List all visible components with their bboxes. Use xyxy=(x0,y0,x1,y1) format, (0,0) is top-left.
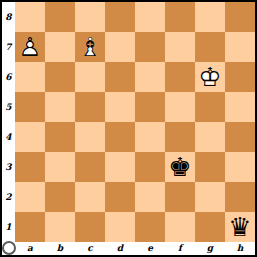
piece-glyph: ♚ xyxy=(165,152,195,182)
square-g1[interactable] xyxy=(195,212,225,242)
square-c4[interactable] xyxy=(75,122,105,152)
square-d5[interactable] xyxy=(105,92,135,122)
square-b4[interactable] xyxy=(45,122,75,152)
square-b2[interactable] xyxy=(45,182,75,212)
file-label-g: g xyxy=(195,242,225,255)
square-c6[interactable] xyxy=(75,62,105,92)
board-grid: 87♟♙♝♗6♚♔543♚21♛abcdefgh xyxy=(2,2,255,255)
to-move-indicator-circle xyxy=(2,241,16,255)
white-bishop[interactable]: ♝♗ xyxy=(75,32,105,62)
square-g5[interactable] xyxy=(195,92,225,122)
white-king[interactable]: ♚♔ xyxy=(195,62,225,92)
square-d6[interactable] xyxy=(105,62,135,92)
square-c7[interactable]: ♝♗ xyxy=(75,32,105,62)
square-f5[interactable] xyxy=(165,92,195,122)
square-b6[interactable] xyxy=(45,62,75,92)
piece-outline: ♙ xyxy=(15,32,45,62)
square-a3[interactable] xyxy=(15,152,45,182)
file-label-h: h xyxy=(225,242,255,255)
white-pawn[interactable]: ♟♙ xyxy=(15,32,45,62)
square-f3[interactable]: ♚ xyxy=(165,152,195,182)
square-g3[interactable] xyxy=(195,152,225,182)
square-e1[interactable] xyxy=(135,212,165,242)
square-d4[interactable] xyxy=(105,122,135,152)
rank-label-2: 2 xyxy=(2,182,15,212)
square-f7[interactable] xyxy=(165,32,195,62)
square-h1[interactable]: ♛ xyxy=(225,212,255,242)
rank-label-5: 5 xyxy=(2,92,15,122)
to-move-indicator-cell xyxy=(2,242,15,255)
square-g8[interactable] xyxy=(195,2,225,32)
file-label-a: a xyxy=(15,242,45,255)
square-d7[interactable] xyxy=(105,32,135,62)
square-e5[interactable] xyxy=(135,92,165,122)
square-b1[interactable] xyxy=(45,212,75,242)
chess-board-diagram: 87♟♙♝♗6♚♔543♚21♛abcdefgh xyxy=(0,0,257,257)
piece-outline: ♔ xyxy=(195,62,225,92)
square-f1[interactable] xyxy=(165,212,195,242)
square-c5[interactable] xyxy=(75,92,105,122)
square-e2[interactable] xyxy=(135,182,165,212)
file-label-f: f xyxy=(165,242,195,255)
square-c3[interactable] xyxy=(75,152,105,182)
square-e7[interactable] xyxy=(135,32,165,62)
piece-outline: ♗ xyxy=(75,32,105,62)
square-a5[interactable] xyxy=(15,92,45,122)
file-label-c: c xyxy=(75,242,105,255)
piece-glyph: ♛ xyxy=(225,212,255,242)
rank-label-8: 8 xyxy=(2,2,15,32)
square-h2[interactable] xyxy=(225,182,255,212)
square-h6[interactable] xyxy=(225,62,255,92)
square-f4[interactable] xyxy=(165,122,195,152)
square-f2[interactable] xyxy=(165,182,195,212)
file-label-d: d xyxy=(105,242,135,255)
square-f8[interactable] xyxy=(165,2,195,32)
square-h7[interactable] xyxy=(225,32,255,62)
square-d1[interactable] xyxy=(105,212,135,242)
black-queen[interactable]: ♛ xyxy=(225,212,255,242)
square-a1[interactable] xyxy=(15,212,45,242)
rank-label-6: 6 xyxy=(2,62,15,92)
square-g6[interactable]: ♚♔ xyxy=(195,62,225,92)
square-e6[interactable] xyxy=(135,62,165,92)
square-h8[interactable] xyxy=(225,2,255,32)
square-e4[interactable] xyxy=(135,122,165,152)
square-g2[interactable] xyxy=(195,182,225,212)
square-g4[interactable] xyxy=(195,122,225,152)
square-h5[interactable] xyxy=(225,92,255,122)
square-h4[interactable] xyxy=(225,122,255,152)
square-c8[interactable] xyxy=(75,2,105,32)
file-label-b: b xyxy=(45,242,75,255)
square-f6[interactable] xyxy=(165,62,195,92)
square-b5[interactable] xyxy=(45,92,75,122)
rank-label-3: 3 xyxy=(2,152,15,182)
file-label-e: e xyxy=(135,242,165,255)
black-king[interactable]: ♚ xyxy=(165,152,195,182)
square-g7[interactable] xyxy=(195,32,225,62)
square-c1[interactable] xyxy=(75,212,105,242)
square-a7[interactable]: ♟♙ xyxy=(15,32,45,62)
square-b7[interactable] xyxy=(45,32,75,62)
square-b3[interactable] xyxy=(45,152,75,182)
square-e3[interactable] xyxy=(135,152,165,182)
square-a2[interactable] xyxy=(15,182,45,212)
square-d3[interactable] xyxy=(105,152,135,182)
square-h3[interactable] xyxy=(225,152,255,182)
square-b8[interactable] xyxy=(45,2,75,32)
square-d8[interactable] xyxy=(105,2,135,32)
square-a4[interactable] xyxy=(15,122,45,152)
rank-label-7: 7 xyxy=(2,32,15,62)
square-c2[interactable] xyxy=(75,182,105,212)
rank-label-1: 1 xyxy=(2,212,15,242)
square-e8[interactable] xyxy=(135,2,165,32)
square-d2[interactable] xyxy=(105,182,135,212)
rank-label-4: 4 xyxy=(2,122,15,152)
square-a6[interactable] xyxy=(15,62,45,92)
square-a8[interactable] xyxy=(15,2,45,32)
